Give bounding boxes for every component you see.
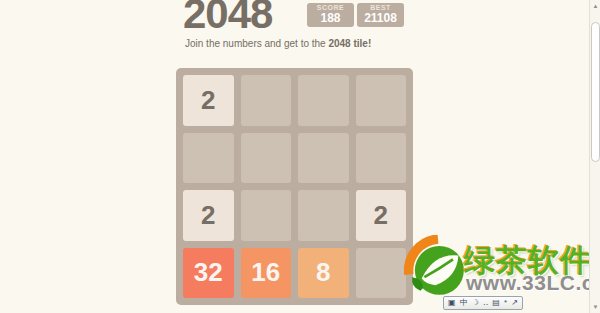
punctuation-icon[interactable]: ‥ bbox=[483, 299, 488, 307]
score-panel: SCORE 188 BEST 21108 bbox=[307, 3, 404, 27]
tile-32: 32 bbox=[183, 248, 234, 299]
best-box: BEST 21108 bbox=[357, 3, 404, 27]
page: 2048 SCORE 188 BEST 21108 Join the numbe… bbox=[0, 0, 600, 313]
halfwidth-moon-icon[interactable]: ☽ bbox=[472, 299, 479, 307]
soft-keyboard-icon[interactable]: ▤ bbox=[492, 299, 500, 307]
score-value: 188 bbox=[320, 12, 340, 25]
ime-logo-icon[interactable]: ▣ bbox=[448, 299, 456, 307]
vertical-scrollbar[interactable]: ▲ ▼ bbox=[589, 0, 600, 313]
tile-16: 16 bbox=[241, 248, 292, 299]
best-value: 21108 bbox=[364, 12, 397, 25]
tile-8: 8 bbox=[298, 248, 349, 299]
empty-cell bbox=[356, 133, 407, 184]
empty-cell bbox=[183, 133, 234, 184]
scroll-down-icon[interactable]: ▼ bbox=[590, 301, 600, 313]
empty-cell bbox=[298, 190, 349, 241]
score-box: SCORE 188 bbox=[307, 3, 354, 27]
scrollbar-thumb[interactable] bbox=[591, 22, 600, 162]
chinese-mode-icon[interactable]: 中 bbox=[460, 299, 468, 307]
empty-cell bbox=[298, 133, 349, 184]
subtitle-text: Join the numbers and get to the bbox=[185, 38, 328, 49]
watermark-site-url: www.33LC.com bbox=[466, 271, 600, 295]
game-title: 2048 bbox=[183, 0, 272, 35]
empty-cell bbox=[356, 75, 407, 126]
subtitle: Join the numbers and get to the 2048 til… bbox=[185, 38, 371, 49]
empty-cell bbox=[241, 190, 292, 241]
toolbox-icon[interactable]: ↗ bbox=[511, 299, 518, 307]
green-tea-logo-icon bbox=[404, 235, 472, 303]
empty-cell bbox=[298, 75, 349, 126]
tile-2: 2 bbox=[183, 190, 234, 241]
ime-toolbar[interactable]: ▣中☽‥▤*↗ bbox=[443, 296, 523, 310]
tile-2: 2 bbox=[356, 190, 407, 241]
tile-2: 2 bbox=[183, 75, 234, 126]
empty-cell bbox=[241, 133, 292, 184]
board: 22232168 bbox=[176, 68, 413, 305]
empty-cell bbox=[356, 248, 407, 299]
subtitle-goal: 2048 tile! bbox=[328, 38, 371, 49]
scroll-up-icon[interactable]: ▲ bbox=[590, 0, 600, 12]
empty-cell bbox=[241, 75, 292, 126]
symbols-icon[interactable]: * bbox=[504, 299, 507, 307]
